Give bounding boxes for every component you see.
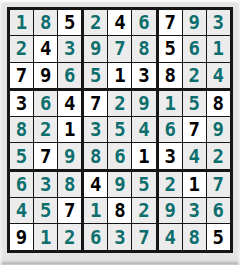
cell-r3c9[interactable]: 4 [207, 63, 230, 88]
cell-r5c9[interactable]: 9 [207, 117, 230, 142]
cell-r2c6[interactable]: 8 [132, 36, 155, 61]
cell-r2c4[interactable]: 9 [84, 36, 107, 61]
box-9: 217936485 [159, 172, 230, 250]
cell-r1c4[interactable]: 2 [84, 10, 107, 35]
cell-r8c6[interactable]: 2 [132, 198, 155, 223]
cell-r4c5[interactable]: 2 [108, 91, 131, 116]
cell-r9c6[interactable]: 7 [132, 224, 155, 249]
cell-r7c9[interactable]: 7 [207, 172, 230, 197]
cell-r7c5[interactable]: 9 [108, 172, 131, 197]
cell-r1c3[interactable]: 5 [58, 10, 81, 35]
cell-r6c3[interactable]: 9 [58, 143, 81, 168]
cell-r2c9[interactable]: 1 [207, 36, 230, 61]
cell-r8c1[interactable]: 4 [10, 198, 33, 223]
cell-r7c7[interactable]: 2 [159, 172, 182, 197]
cell-r8c8[interactable]: 3 [183, 198, 206, 223]
cell-r1c9[interactable]: 3 [207, 10, 230, 35]
cell-r5c6[interactable]: 4 [132, 117, 155, 142]
cell-r2c1[interactable]: 2 [10, 36, 33, 61]
cell-r3c6[interactable]: 3 [132, 63, 155, 88]
cell-r8c2[interactable]: 5 [34, 198, 57, 223]
cell-r9c5[interactable]: 3 [108, 224, 131, 249]
cell-r7c1[interactable]: 6 [10, 172, 33, 197]
box-2: 246978513 [84, 10, 155, 88]
cell-r9c1[interactable]: 9 [10, 224, 33, 249]
cell-r9c8[interactable]: 8 [183, 224, 206, 249]
cell-r3c4[interactable]: 5 [84, 63, 107, 88]
cell-r7c3[interactable]: 8 [58, 172, 81, 197]
cell-r4c2[interactable]: 6 [34, 91, 57, 116]
cell-r5c7[interactable]: 6 [159, 117, 182, 142]
cell-r2c5[interactable]: 7 [108, 36, 131, 61]
box-3: 793561824 [159, 10, 230, 88]
cell-r3c5[interactable]: 1 [108, 63, 131, 88]
cell-r9c2[interactable]: 1 [34, 224, 57, 249]
box-8: 495182637 [84, 172, 155, 250]
cell-r4c4[interactable]: 7 [84, 91, 107, 116]
box-4: 364821579 [10, 91, 81, 169]
cell-r5c8[interactable]: 7 [183, 117, 206, 142]
cell-r4c9[interactable]: 8 [207, 91, 230, 116]
cell-r6c7[interactable]: 3 [159, 143, 182, 168]
cell-r1c6[interactable]: 6 [132, 10, 155, 35]
sudoku-board: 1852437962469785137935618243648215797293… [7, 7, 233, 253]
cell-r9c4[interactable]: 6 [84, 224, 107, 249]
cell-r9c3[interactable]: 2 [58, 224, 81, 249]
box-1: 185243796 [10, 10, 81, 88]
cell-r8c4[interactable]: 1 [84, 198, 107, 223]
cell-r2c2[interactable]: 4 [34, 36, 57, 61]
cell-r8c3[interactable]: 7 [58, 198, 81, 223]
cell-r4c7[interactable]: 1 [159, 91, 182, 116]
cell-r5c2[interactable]: 2 [34, 117, 57, 142]
cell-r7c6[interactable]: 5 [132, 172, 155, 197]
cell-r1c8[interactable]: 9 [183, 10, 206, 35]
cell-r3c1[interactable]: 7 [10, 63, 33, 88]
cell-r6c4[interactable]: 8 [84, 143, 107, 168]
cell-r6c9[interactable]: 2 [207, 143, 230, 168]
cell-r8c9[interactable]: 6 [207, 198, 230, 223]
cell-r1c1[interactable]: 1 [10, 10, 33, 35]
cell-r3c3[interactable]: 6 [58, 63, 81, 88]
cell-r1c5[interactable]: 4 [108, 10, 131, 35]
cell-r5c5[interactable]: 5 [108, 117, 131, 142]
cell-r9c9[interactable]: 5 [207, 224, 230, 249]
cell-r4c1[interactable]: 3 [10, 91, 33, 116]
cell-r7c8[interactable]: 1 [183, 172, 206, 197]
cell-r3c7[interactable]: 8 [159, 63, 182, 88]
cell-r3c8[interactable]: 2 [183, 63, 206, 88]
cell-r5c1[interactable]: 8 [10, 117, 33, 142]
cell-r6c1[interactable]: 5 [10, 143, 33, 168]
cell-r5c3[interactable]: 1 [58, 117, 81, 142]
sudoku-page: { "game": "sudoku", "board_size": "9x9",… [0, 0, 240, 265]
cell-r2c3[interactable]: 3 [58, 36, 81, 61]
cell-r9c7[interactable]: 4 [159, 224, 182, 249]
cell-r7c2[interactable]: 3 [34, 172, 57, 197]
cell-r7c4[interactable]: 4 [84, 172, 107, 197]
cell-r4c6[interactable]: 9 [132, 91, 155, 116]
box-6: 158679342 [159, 91, 230, 169]
cell-r5c4[interactable]: 3 [84, 117, 107, 142]
cell-r2c7[interactable]: 5 [159, 36, 182, 61]
cell-r3c2[interactable]: 9 [34, 63, 57, 88]
box-5: 729354861 [84, 91, 155, 169]
cell-r6c8[interactable]: 4 [183, 143, 206, 168]
cell-r8c5[interactable]: 8 [108, 198, 131, 223]
cell-r1c2[interactable]: 8 [34, 10, 57, 35]
cell-r4c3[interactable]: 4 [58, 91, 81, 116]
cell-r1c7[interactable]: 7 [159, 10, 182, 35]
cell-r2c8[interactable]: 6 [183, 36, 206, 61]
cell-r6c2[interactable]: 7 [34, 143, 57, 168]
cell-r6c5[interactable]: 6 [108, 143, 131, 168]
cell-r8c7[interactable]: 9 [159, 198, 182, 223]
cell-r6c6[interactable]: 1 [132, 143, 155, 168]
box-7: 638457912 [10, 172, 81, 250]
cell-r4c8[interactable]: 5 [183, 91, 206, 116]
